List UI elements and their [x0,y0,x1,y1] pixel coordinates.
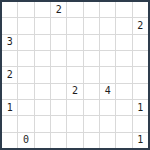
cell-r2c8[interactable] [116,18,131,33]
cell-r4c5[interactable] [67,51,82,66]
cell-r8c2[interactable] [18,116,33,131]
cell-r6c9[interactable] [133,84,148,99]
cell-r8c1[interactable] [2,116,17,131]
cell-r9c5[interactable] [67,133,82,148]
cell-r6c7[interactable]: 4 [100,84,115,99]
cell-r7c8[interactable] [116,100,131,115]
cell-r8c8[interactable] [116,116,131,131]
cell-r5c5[interactable] [67,67,82,82]
cell-r9c4[interactable] [51,133,66,148]
cell-r1c7[interactable] [100,2,115,17]
cell-r4c1[interactable] [2,51,17,66]
cell-r8c6[interactable] [84,116,99,131]
cell-r8c5[interactable] [67,116,82,131]
cell-r3c3[interactable] [35,35,50,50]
cell-r7c3[interactable] [35,100,50,115]
cell-r4c4[interactable] [51,51,66,66]
cell-r8c4[interactable] [51,116,66,131]
cell-r6c8[interactable] [116,84,131,99]
cell-r9c1[interactable] [2,133,17,148]
cell-r3c2[interactable] [18,35,33,50]
cell-r6c2[interactable] [18,84,33,99]
cell-r2c9[interactable]: 2 [133,18,148,33]
cell-r1c9[interactable] [133,2,148,17]
cell-r4c6[interactable] [84,51,99,66]
cell-r5c3[interactable] [35,67,50,82]
cell-r1c2[interactable] [18,2,33,17]
cell-r7c9[interactable]: 1 [133,100,148,115]
cell-r6c6[interactable] [84,84,99,99]
cell-r9c6[interactable] [84,133,99,148]
cell-r9c3[interactable] [35,133,50,148]
puzzle-board: 2232241101 [0,0,150,150]
cell-r2c3[interactable] [35,18,50,33]
cell-r6c4[interactable] [51,84,66,99]
cell-r8c7[interactable] [100,116,115,131]
cell-r3c9[interactable] [133,35,148,50]
cell-r3c8[interactable] [116,35,131,50]
cell-r5c7[interactable] [100,67,115,82]
cell-r7c1[interactable]: 1 [2,100,17,115]
cell-r5c9[interactable] [133,67,148,82]
cell-r7c4[interactable] [51,100,66,115]
cell-r6c5[interactable]: 2 [67,84,82,99]
cell-r5c2[interactable] [18,67,33,82]
cell-r1c1[interactable] [2,2,17,17]
cell-r9c8[interactable] [116,133,131,148]
cell-r2c5[interactable] [67,18,82,33]
cell-r4c2[interactable] [18,51,33,66]
cell-r6c3[interactable] [35,84,50,99]
puzzle-grid: 2232241101 [2,2,148,148]
cell-r2c7[interactable] [100,18,115,33]
cell-r1c8[interactable] [116,2,131,17]
cell-r5c6[interactable] [84,67,99,82]
cell-r3c4[interactable] [51,35,66,50]
cell-r4c3[interactable] [35,51,50,66]
cell-r1c3[interactable] [35,2,50,17]
cell-r2c6[interactable] [84,18,99,33]
cell-r5c8[interactable] [116,67,131,82]
cell-r9c7[interactable] [100,133,115,148]
cell-r2c1[interactable] [2,18,17,33]
cell-r7c7[interactable] [100,100,115,115]
cell-r2c4[interactable] [51,18,66,33]
cell-r3c5[interactable] [67,35,82,50]
cell-r4c7[interactable] [100,51,115,66]
cell-r9c9[interactable]: 1 [133,133,148,148]
cell-r3c6[interactable] [84,35,99,50]
cell-r2c2[interactable] [18,18,33,33]
cell-r4c9[interactable] [133,51,148,66]
cell-r5c4[interactable] [51,67,66,82]
cell-r8c9[interactable] [133,116,148,131]
cell-r7c6[interactable] [84,100,99,115]
cell-r7c2[interactable] [18,100,33,115]
cell-r7c5[interactable] [67,100,82,115]
cell-r1c5[interactable] [67,2,82,17]
cell-r1c4[interactable]: 2 [51,2,66,17]
cell-r6c1[interactable] [2,84,17,99]
cell-r5c1[interactable]: 2 [2,67,17,82]
cell-r9c2[interactable]: 0 [18,133,33,148]
cell-r3c7[interactable] [100,35,115,50]
cell-r3c1[interactable]: 3 [2,35,17,50]
cell-r4c8[interactable] [116,51,131,66]
cell-r8c3[interactable] [35,116,50,131]
cell-r1c6[interactable] [84,2,99,17]
